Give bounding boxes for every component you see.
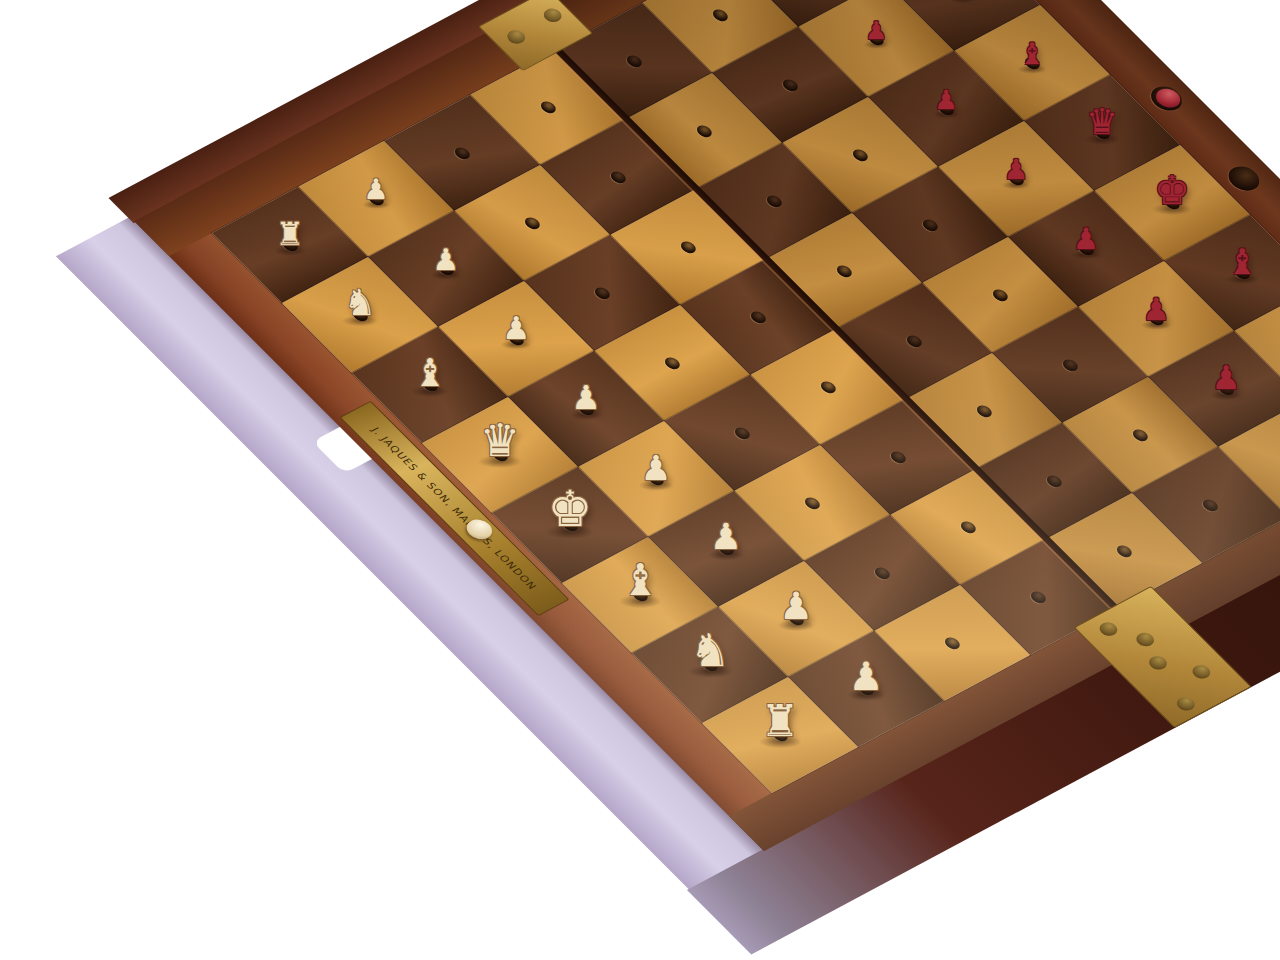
piece-white-knight-b1[interactable]: ♞ [344, 285, 376, 321]
piece-white-pawn-h2[interactable]: ♟ [848, 657, 883, 696]
peg-hole [834, 263, 855, 279]
piece-red-pawn-d7[interactable]: ♟ [1004, 156, 1029, 184]
peg-hole [452, 145, 473, 161]
piece-white-rook-a1[interactable]: ♜ [276, 219, 305, 251]
peg-hole [818, 379, 839, 395]
peg-hole [780, 77, 801, 93]
photo-canvas: J. JAQUES & SON, MAKERS, LONDON ♜♞♝♛♚♝♞♜… [0, 0, 1280, 960]
peg-hole [1200, 497, 1221, 513]
peg-hole [538, 99, 559, 115]
piece-white-pawn-d2[interactable]: ♟ [571, 382, 601, 415]
piece-red-bishop-f8[interactable]: ♝ [1226, 244, 1258, 279]
piece-white-pawn-f2[interactable]: ♟ [710, 519, 742, 555]
peg-hole [850, 147, 871, 163]
piece-red-king-e8[interactable]: ♚ [1154, 170, 1190, 210]
peg-hole [662, 355, 683, 371]
piece-red-pawn-b7[interactable]: ♟ [865, 19, 887, 44]
peg-hole [990, 287, 1011, 303]
peg-hole [624, 53, 645, 69]
peg-hole [888, 449, 909, 465]
piece-white-knight-g1[interactable]: ♞ [690, 628, 731, 673]
piece-white-king-e1[interactable]: ♚ [548, 484, 593, 534]
peg-hole [522, 215, 543, 231]
piece-white-pawn-b2[interactable]: ♟ [433, 245, 460, 275]
piece-white-pawn-a2[interactable]: ♟ [363, 176, 388, 204]
piece-red-pawn-g7[interactable]: ♟ [1211, 362, 1240, 395]
peg-hole [732, 425, 753, 441]
peg-hole [1028, 589, 1049, 605]
peg-hole [764, 193, 785, 209]
piece-white-queen-d1[interactable]: ♛ [480, 418, 520, 463]
peg-hole [710, 7, 731, 23]
peg-hole [872, 565, 893, 581]
peg-hole [1060, 357, 1081, 373]
peg-hole [1114, 543, 1135, 559]
piece-red-pawn-e7[interactable]: ♟ [1073, 225, 1099, 254]
piece-red-queen-d8[interactable]: ♛ [1086, 104, 1118, 140]
peg-hole [1044, 473, 1065, 489]
peg-hole [1130, 427, 1151, 443]
peg-hole [904, 333, 925, 349]
peg-hole [592, 285, 613, 301]
piece-white-pawn-e2[interactable]: ♟ [641, 451, 672, 486]
peg-hole [802, 495, 823, 511]
peg-hole [748, 309, 769, 325]
piece-red-pawn-c7[interactable]: ♟ [934, 87, 958, 113]
piece-white-rook-h1[interactable]: ♜ [760, 699, 799, 743]
piece-white-pawn-c2[interactable]: ♟ [502, 313, 530, 344]
peg-hole [678, 239, 699, 255]
peg-hole [920, 217, 941, 233]
peg-hole [958, 519, 979, 535]
piece-red-pawn-f7[interactable]: ♟ [1142, 294, 1170, 325]
peg-hole [974, 403, 995, 419]
piece-red-bishop-c8[interactable]: ♝ [1019, 39, 1046, 69]
piece-white-bishop-f1[interactable]: ♝ [621, 559, 660, 603]
peg-hole [942, 635, 963, 651]
peg-hole [694, 123, 715, 139]
peg-hole [608, 169, 629, 185]
piece-white-bishop-c1[interactable]: ♝ [413, 354, 447, 392]
piece-white-pawn-g2[interactable]: ♟ [779, 588, 813, 626]
